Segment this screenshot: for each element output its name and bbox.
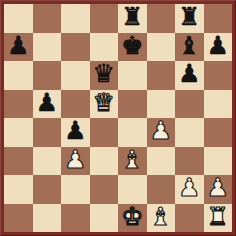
square-d4[interactable] [90, 118, 119, 147]
square-f6[interactable] [147, 61, 176, 90]
square-c5[interactable] [61, 90, 90, 119]
square-b4[interactable] [33, 118, 62, 147]
square-e3[interactable]: ♝ [118, 147, 147, 176]
square-e2[interactable] [118, 175, 147, 204]
square-e6[interactable] [118, 61, 147, 90]
square-f1[interactable]: ♝ [147, 204, 176, 233]
piece-white-pawn: ♟ [64, 147, 86, 175]
chess-board: ♜♜♟♚♝♟♛♟♟♛♟♟♟♝♟♟♚♝♜ [4, 4, 232, 232]
square-h1[interactable]: ♜ [204, 204, 233, 233]
square-h5[interactable] [204, 90, 233, 119]
square-b3[interactable] [33, 147, 62, 176]
piece-black-bishop: ♝ [178, 33, 200, 61]
piece-black-rook: ♜ [121, 4, 143, 32]
square-g5[interactable] [175, 90, 204, 119]
piece-white-pawn: ♟ [150, 118, 172, 146]
square-f2[interactable] [147, 175, 176, 204]
square-h8[interactable] [204, 4, 233, 33]
square-a5[interactable] [4, 90, 33, 119]
square-d5[interactable]: ♛ [90, 90, 119, 119]
square-g8[interactable]: ♜ [175, 4, 204, 33]
board-frame: ♜♜♟♚♝♟♛♟♟♛♟♟♟♝♟♟♚♝♜ [0, 0, 236, 236]
square-a8[interactable] [4, 4, 33, 33]
square-f5[interactable] [147, 90, 176, 119]
square-a6[interactable] [4, 61, 33, 90]
square-g7[interactable]: ♝ [175, 33, 204, 62]
square-b7[interactable] [33, 33, 62, 62]
square-d1[interactable] [90, 204, 119, 233]
square-f4[interactable]: ♟ [147, 118, 176, 147]
square-b1[interactable] [33, 204, 62, 233]
square-f8[interactable] [147, 4, 176, 33]
square-c1[interactable] [61, 204, 90, 233]
square-c3[interactable]: ♟ [61, 147, 90, 176]
square-b8[interactable] [33, 4, 62, 33]
square-d3[interactable] [90, 147, 119, 176]
piece-black-rook: ♜ [178, 4, 200, 32]
square-b2[interactable] [33, 175, 62, 204]
square-b6[interactable] [33, 61, 62, 90]
piece-black-queen: ♛ [93, 61, 115, 89]
square-c2[interactable] [61, 175, 90, 204]
square-a2[interactable] [4, 175, 33, 204]
square-h2[interactable]: ♟ [204, 175, 233, 204]
square-a7[interactable]: ♟ [4, 33, 33, 62]
square-h6[interactable] [204, 61, 233, 90]
square-e8[interactable]: ♜ [118, 4, 147, 33]
square-f3[interactable] [147, 147, 176, 176]
piece-white-pawn: ♟ [178, 175, 200, 203]
square-a3[interactable] [4, 147, 33, 176]
piece-white-queen: ♛ [93, 90, 115, 118]
square-e7[interactable]: ♚ [118, 33, 147, 62]
square-c4[interactable]: ♟ [61, 118, 90, 147]
square-a4[interactable] [4, 118, 33, 147]
square-g2[interactable]: ♟ [175, 175, 204, 204]
square-g6[interactable]: ♟ [175, 61, 204, 90]
piece-black-pawn: ♟ [7, 33, 29, 61]
square-h4[interactable] [204, 118, 233, 147]
piece-white-bishop: ♝ [121, 147, 143, 175]
piece-white-bishop: ♝ [150, 204, 172, 232]
piece-black-pawn: ♟ [178, 61, 200, 89]
piece-white-rook: ♜ [207, 204, 229, 232]
square-f7[interactable] [147, 33, 176, 62]
square-e1[interactable]: ♚ [118, 204, 147, 233]
piece-black-pawn: ♟ [207, 33, 229, 61]
square-c6[interactable] [61, 61, 90, 90]
square-d7[interactable] [90, 33, 119, 62]
square-c8[interactable] [61, 4, 90, 33]
square-h3[interactable] [204, 147, 233, 176]
piece-white-pawn: ♟ [207, 175, 229, 203]
square-g1[interactable] [175, 204, 204, 233]
square-e4[interactable] [118, 118, 147, 147]
piece-white-king: ♚ [121, 204, 143, 232]
piece-black-pawn: ♟ [36, 90, 58, 118]
square-b5[interactable]: ♟ [33, 90, 62, 119]
square-h7[interactable]: ♟ [204, 33, 233, 62]
piece-black-pawn: ♟ [64, 118, 86, 146]
piece-black-king: ♚ [121, 33, 143, 61]
square-a1[interactable] [4, 204, 33, 233]
square-g4[interactable] [175, 118, 204, 147]
square-d8[interactable] [90, 4, 119, 33]
square-d2[interactable] [90, 175, 119, 204]
square-d6[interactable]: ♛ [90, 61, 119, 90]
square-g3[interactable] [175, 147, 204, 176]
square-c7[interactable] [61, 33, 90, 62]
square-e5[interactable] [118, 90, 147, 119]
